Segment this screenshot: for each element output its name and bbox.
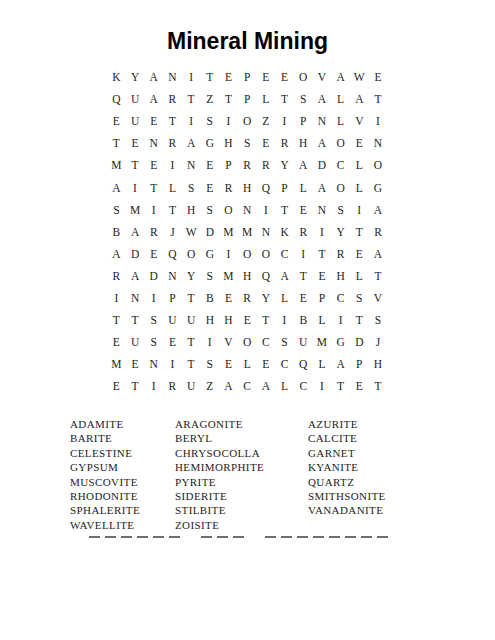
word-list-item: SMITHSONITE	[308, 489, 448, 503]
grid-cell-r13c9: C	[257, 331, 276, 353]
word-list-item: GYPSUM	[70, 460, 175, 474]
grid-cell-r5c11: A	[294, 154, 313, 176]
grid-cell-r2c12: A	[313, 88, 332, 110]
grid-cell-r15c6: Z	[200, 375, 219, 397]
word-list-item: CELESTINE	[70, 446, 175, 460]
grid-cell-r15c9: A	[257, 375, 276, 397]
grid-cell-r9c8: O	[238, 243, 257, 265]
word-list-item: SPHALERITE	[70, 503, 175, 517]
grid-cell-r7c10: T	[275, 199, 294, 221]
grid-cell-r14c15: H	[369, 353, 388, 375]
grid-cell-r14c14: P	[350, 353, 369, 375]
grid-cell-r9c14: E	[350, 243, 369, 265]
answer-blank	[345, 530, 356, 538]
grid-cell-r4c4: R	[163, 132, 182, 154]
grid-cell-r9c1: A	[107, 243, 126, 265]
word-search-grid: KYANITEPEEOVAWEQUARTZTPLTSALATEUETISIOZI…	[107, 66, 387, 397]
word-list-item: PYRITE	[175, 475, 308, 489]
grid-cell-r14c2: E	[126, 353, 145, 375]
grid-cell-r15c10: L	[275, 375, 294, 397]
grid-cell-r11c1: I	[107, 287, 126, 309]
grid-cell-r2c3: A	[144, 88, 163, 110]
grid-cell-r6c5: S	[182, 176, 201, 198]
grid-cell-r11c14: S	[350, 287, 369, 309]
grid-cell-r2c13: L	[331, 88, 350, 110]
grid-cell-r1c15: E	[369, 66, 388, 88]
grid-cell-r5c9: R	[257, 154, 276, 176]
grid-cell-r7c13: S	[331, 199, 350, 221]
grid-cell-r7c5: H	[182, 199, 201, 221]
grid-cell-r3c14: V	[350, 110, 369, 132]
grid-cell-r13c15: J	[369, 331, 388, 353]
answer-blank	[233, 530, 244, 538]
grid-cell-r9c12: T	[313, 243, 332, 265]
grid-cell-r11c4: P	[163, 287, 182, 309]
answer-blank	[105, 530, 116, 538]
grid-cell-r10c7: M	[219, 265, 238, 287]
grid-cell-r13c6: I	[200, 331, 219, 353]
grid-cell-r3c4: T	[163, 110, 182, 132]
grid-cell-r12c5: U	[182, 309, 201, 331]
grid-cell-r2c9: L	[257, 88, 276, 110]
grid-cell-r15c4: R	[163, 375, 182, 397]
grid-cell-r7c11: E	[294, 199, 313, 221]
grid-cell-r5c12: D	[313, 154, 332, 176]
grid-cell-r8c4: J	[163, 221, 182, 243]
grid-cell-r3c8: O	[238, 110, 257, 132]
grid-cell-r4c8: S	[238, 132, 257, 154]
grid-cell-r8c9: N	[257, 221, 276, 243]
grid-cell-r8c8: M	[238, 221, 257, 243]
grid-cell-r13c13: G	[331, 331, 350, 353]
puzzle-title: Mineral Mining	[0, 28, 495, 55]
word-list-item: GARNET	[308, 446, 448, 460]
grid-cell-r9c3: E	[144, 243, 163, 265]
answer-word-2	[201, 530, 249, 538]
grid-cell-r5c2: T	[126, 154, 145, 176]
grid-cell-r10c4: N	[163, 265, 182, 287]
answer-blank	[137, 530, 148, 538]
grid-cell-r7c15: A	[369, 199, 388, 221]
word-list-item: VANADANITE	[308, 503, 448, 517]
word-list-item: BARITE	[70, 431, 175, 445]
word-list-item: QUARTZ	[308, 475, 448, 489]
grid-cell-r11c6: B	[200, 287, 219, 309]
grid-cell-r15c7: A	[219, 375, 238, 397]
grid-cell-r6c3: T	[144, 176, 163, 198]
grid-cell-r11c5: T	[182, 287, 201, 309]
grid-cell-r1c13: A	[331, 66, 350, 88]
answer-blank	[121, 530, 132, 538]
grid-cell-r1c9: E	[257, 66, 276, 88]
grid-cell-r13c3: S	[144, 331, 163, 353]
word-list-item: ARAGONITE	[175, 417, 308, 431]
grid-cell-r11c8: R	[238, 287, 257, 309]
grid-cell-r14c7: E	[219, 353, 238, 375]
grid-cell-r13c2: U	[126, 331, 145, 353]
grid-cell-r14c13: A	[331, 353, 350, 375]
grid-cell-r5c6: E	[200, 154, 219, 176]
grid-cell-r15c2: T	[126, 375, 145, 397]
grid-cell-r15c12: I	[313, 375, 332, 397]
grid-cell-r3c7: I	[219, 110, 238, 132]
grid-cell-r7c4: T	[163, 199, 182, 221]
answer-blank	[217, 530, 228, 538]
grid-cell-r12c13: I	[331, 309, 350, 331]
word-list-item: MUSCOVITE	[70, 475, 175, 489]
grid-cell-r11c10: L	[275, 287, 294, 309]
word-list-item: HEMIMORPHITE	[175, 460, 308, 474]
grid-cell-r3c11: P	[294, 110, 313, 132]
grid-cell-r15c15: T	[369, 375, 388, 397]
word-column-2: ARAGONITEBERYLCHRYSOCOLLAHEMIMORPHITEPYR…	[175, 417, 308, 532]
grid-cell-r13c4: E	[163, 331, 182, 353]
grid-cell-r1c14: W	[350, 66, 369, 88]
grid-cell-r2c5: T	[182, 88, 201, 110]
answer-word-1	[89, 530, 185, 538]
grid-cell-r10c11: T	[294, 265, 313, 287]
grid-cell-r7c2: M	[126, 199, 145, 221]
puzzle-page: Mineral Mining KYANITEPEEOVAWEQUARTZTPLT…	[0, 0, 495, 640]
grid-cell-r3c5: I	[182, 110, 201, 132]
grid-cell-r2c1: Q	[107, 88, 126, 110]
grid-cell-r6c11: L	[294, 176, 313, 198]
word-list-item: KYANITE	[308, 460, 448, 474]
answer-blank	[153, 530, 164, 538]
grid-cell-r10c2: A	[126, 265, 145, 287]
grid-cell-r3c6: S	[200, 110, 219, 132]
grid-cell-r7c9: I	[257, 199, 276, 221]
word-list-item: STILBITE	[175, 503, 308, 517]
grid-cell-r13c12: M	[313, 331, 332, 353]
grid-cell-r7c8: N	[238, 199, 257, 221]
grid-cell-r2c6: Z	[200, 88, 219, 110]
grid-cell-r12c14: T	[350, 309, 369, 331]
grid-cell-r7c1: S	[107, 199, 126, 221]
grid-cell-r9c13: R	[331, 243, 350, 265]
grid-cell-r1c4: N	[163, 66, 182, 88]
answer-blank	[281, 530, 292, 538]
grid-cell-r12c3: S	[144, 309, 163, 331]
grid-cell-r4c9: E	[257, 132, 276, 154]
grid-cell-r2c10: T	[275, 88, 294, 110]
grid-cell-r7c6: S	[200, 199, 219, 221]
grid-cell-r1c12: V	[313, 66, 332, 88]
answer-blank	[313, 530, 324, 538]
grid-cell-r10c14: L	[350, 265, 369, 287]
grid-cell-r5c13: C	[331, 154, 350, 176]
grid-cell-r1c3: A	[144, 66, 163, 88]
grid-cell-r11c7: E	[219, 287, 238, 309]
grid-cell-r11c13: C	[331, 287, 350, 309]
grid-cell-r1c5: I	[182, 66, 201, 88]
grid-cell-r14c1: M	[107, 353, 126, 375]
grid-cell-r14c6: S	[200, 353, 219, 375]
grid-cell-r8c7: M	[219, 221, 238, 243]
grid-cell-r15c8: C	[238, 375, 257, 397]
grid-cell-r3c12: N	[313, 110, 332, 132]
grid-cell-r14c3: N	[144, 353, 163, 375]
grid-cell-r6c2: I	[126, 176, 145, 198]
grid-cell-r10c6: S	[200, 265, 219, 287]
grid-cell-r12c4: U	[163, 309, 182, 331]
grid-cell-r6c4: L	[163, 176, 182, 198]
grid-cell-r6c10: P	[275, 176, 294, 198]
grid-cell-r1c1: K	[107, 66, 126, 88]
grid-cell-r10c15: T	[369, 265, 388, 287]
grid-cell-r2c2: U	[126, 88, 145, 110]
grid-cell-r10c10: A	[275, 265, 294, 287]
grid-cell-r6c8: H	[238, 176, 257, 198]
grid-cell-r14c9: E	[257, 353, 276, 375]
grid-cell-r2c8: P	[238, 88, 257, 110]
grid-cell-r1c11: O	[294, 66, 313, 88]
grid-cell-r12c6: H	[200, 309, 219, 331]
grid-cell-r6c7: R	[219, 176, 238, 198]
answer-blanks	[89, 530, 409, 538]
grid-cell-r8c13: Y	[331, 221, 350, 243]
grid-cell-r10c12: E	[313, 265, 332, 287]
grid-cell-r10c1: R	[107, 265, 126, 287]
grid-cell-r4c12: A	[313, 132, 332, 154]
grid-cell-r2c7: T	[219, 88, 238, 110]
grid-cell-r12c10: I	[275, 309, 294, 331]
grid-cell-r4c15: N	[369, 132, 388, 154]
grid-cell-r9c7: I	[219, 243, 238, 265]
grid-cell-r7c14: I	[350, 199, 369, 221]
grid-cell-r3c3: E	[144, 110, 163, 132]
grid-cell-r3c9: Z	[257, 110, 276, 132]
grid-cell-r6c12: A	[313, 176, 332, 198]
word-column-3: AZURITECALCITEGARNETKYANITEQUARTZSMITHSO…	[308, 417, 448, 532]
grid-cell-r7c7: O	[219, 199, 238, 221]
word-list: ADAMITEBARITECELESTINEGYPSUMMUSCOVITERHO…	[70, 417, 448, 532]
grid-cell-r2c15: T	[369, 88, 388, 110]
answer-blank	[361, 530, 372, 538]
grid-cell-r9c11: I	[294, 243, 313, 265]
grid-cell-r14c11: Q	[294, 353, 313, 375]
grid-cell-r1c6: T	[200, 66, 219, 88]
grid-cell-r14c5: T	[182, 353, 201, 375]
word-column-1: ADAMITEBARITECELESTINEGYPSUMMUSCOVITERHO…	[70, 417, 175, 532]
grid-cell-r5c14: L	[350, 154, 369, 176]
grid-cell-r14c10: C	[275, 353, 294, 375]
grid-cell-r6c6: E	[200, 176, 219, 198]
grid-cell-r2c11: S	[294, 88, 313, 110]
grid-cell-r8c6: D	[200, 221, 219, 243]
grid-cell-r12c11: B	[294, 309, 313, 331]
word-list-item: CHRYSOCOLLA	[175, 446, 308, 460]
grid-cell-r7c12: N	[313, 199, 332, 221]
grid-cell-r4c14: E	[350, 132, 369, 154]
grid-cell-r11c3: I	[144, 287, 163, 309]
grid-cell-r9c5: O	[182, 243, 201, 265]
grid-cell-r9c9: O	[257, 243, 276, 265]
grid-cell-r12c1: T	[107, 309, 126, 331]
grid-cell-r13c11: U	[294, 331, 313, 353]
grid-cell-r5c5: N	[182, 154, 201, 176]
grid-cell-r11c2: N	[126, 287, 145, 309]
grid-cell-r9c2: D	[126, 243, 145, 265]
grid-cell-r5c10: Y	[275, 154, 294, 176]
answer-blank	[297, 530, 308, 538]
grid-cell-r10c9: Q	[257, 265, 276, 287]
grid-cell-r13c10: S	[275, 331, 294, 353]
grid-cell-r3c13: L	[331, 110, 350, 132]
grid-cell-r5c3: E	[144, 154, 163, 176]
grid-cell-r1c8: P	[238, 66, 257, 88]
answer-blank	[201, 530, 212, 538]
grid-cell-r8c11: R	[294, 221, 313, 243]
grid-cell-r2c4: R	[163, 88, 182, 110]
grid-cell-r12c12: L	[313, 309, 332, 331]
grid-cell-r10c3: D	[144, 265, 163, 287]
grid-cell-r15c1: E	[107, 375, 126, 397]
grid-cell-r11c9: Y	[257, 287, 276, 309]
word-list-item: SIDERITE	[175, 489, 308, 503]
grid-cell-r3c10: I	[275, 110, 294, 132]
word-list-item: ADAMITE	[70, 417, 175, 431]
grid-cell-r2c14: A	[350, 88, 369, 110]
answer-blank	[89, 530, 100, 538]
grid-cell-r8c1: B	[107, 221, 126, 243]
grid-cell-r5c8: R	[238, 154, 257, 176]
grid-cell-r12c15: S	[369, 309, 388, 331]
grid-cell-r8c14: T	[350, 221, 369, 243]
grid-cell-r4c3: N	[144, 132, 163, 154]
word-list-item: RHODONITE	[70, 489, 175, 503]
grid-cell-r12c7: H	[219, 309, 238, 331]
grid-cell-r9c4: Q	[163, 243, 182, 265]
grid-cell-r5c15: O	[369, 154, 388, 176]
grid-cell-r8c10: K	[275, 221, 294, 243]
grid-cell-r7c3: I	[144, 199, 163, 221]
grid-cell-r6c1: A	[107, 176, 126, 198]
grid-cell-r4c7: H	[219, 132, 238, 154]
grid-cell-r8c3: R	[144, 221, 163, 243]
grid-cell-r8c12: I	[313, 221, 332, 243]
grid-cell-r13c5: T	[182, 331, 201, 353]
grid-cell-r9c10: C	[275, 243, 294, 265]
grid-cell-r13c1: E	[107, 331, 126, 353]
grid-cell-r15c13: T	[331, 375, 350, 397]
grid-cell-r12c2: T	[126, 309, 145, 331]
answer-blank	[329, 530, 340, 538]
grid-cell-r4c2: E	[126, 132, 145, 154]
grid-cell-r11c12: P	[313, 287, 332, 309]
grid-cell-r15c14: E	[350, 375, 369, 397]
grid-cell-r3c15: I	[369, 110, 388, 132]
grid-cell-r8c5: W	[182, 221, 201, 243]
grid-cell-r5c4: I	[163, 154, 182, 176]
answer-blank	[265, 530, 276, 538]
grid-cell-r6c13: O	[331, 176, 350, 198]
grid-cell-r6c14: L	[350, 176, 369, 198]
grid-cell-r3c2: U	[126, 110, 145, 132]
grid-cell-r15c5: U	[182, 375, 201, 397]
grid-cell-r14c4: I	[163, 353, 182, 375]
grid-cell-r4c13: O	[331, 132, 350, 154]
answer-blank	[377, 530, 388, 538]
grid-cell-r9c15: A	[369, 243, 388, 265]
word-list-item: AZURITE	[308, 417, 448, 431]
grid-cell-r9c6: G	[200, 243, 219, 265]
word-list-item: CALCITE	[308, 431, 448, 445]
grid-cell-r4c10: R	[275, 132, 294, 154]
grid-cell-r10c13: H	[331, 265, 350, 287]
grid-cell-r10c5: Y	[182, 265, 201, 287]
answer-word-3	[265, 530, 393, 538]
grid-cell-r11c15: V	[369, 287, 388, 309]
word-list-item: BERYL	[175, 431, 308, 445]
grid-cell-r15c11: C	[294, 375, 313, 397]
grid-cell-r11c11: E	[294, 287, 313, 309]
grid-cell-r6c15: G	[369, 176, 388, 198]
grid-cell-r12c8: E	[238, 309, 257, 331]
grid-cell-r10c8: H	[238, 265, 257, 287]
answer-blank	[169, 530, 180, 538]
grid-cell-r4c6: G	[200, 132, 219, 154]
grid-cell-r14c8: L	[238, 353, 257, 375]
grid-cell-r3c1: E	[107, 110, 126, 132]
grid-cell-r5c1: M	[107, 154, 126, 176]
grid-cell-r1c2: Y	[126, 66, 145, 88]
grid-cell-r8c2: A	[126, 221, 145, 243]
grid-cell-r13c7: V	[219, 331, 238, 353]
grid-cell-r14c12: L	[313, 353, 332, 375]
grid-cell-r13c14: D	[350, 331, 369, 353]
grid-cell-r4c11: H	[294, 132, 313, 154]
grid-cell-r12c9: T	[257, 309, 276, 331]
grid-cell-r1c7: E	[219, 66, 238, 88]
grid-cell-r15c3: I	[144, 375, 163, 397]
grid-cell-r4c1: T	[107, 132, 126, 154]
grid-cell-r6c9: Q	[257, 176, 276, 198]
grid-cell-r5c7: P	[219, 154, 238, 176]
grid-cell-r8c15: R	[369, 221, 388, 243]
grid-cell-r13c8: O	[238, 331, 257, 353]
grid-cell-r1c10: E	[275, 66, 294, 88]
grid-cell-r4c5: A	[182, 132, 201, 154]
